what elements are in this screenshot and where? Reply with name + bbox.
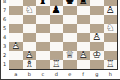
wN-piece-fill: ♞ [23,4,37,15]
square-f2[interactable]: ♟♙ [77,51,91,60]
square-g6[interactable] [90,15,104,24]
piece-wN-b7[interactable]: ♞♘ [23,4,37,15]
square-d5[interactable] [50,24,64,33]
square-g5[interactable] [90,24,104,33]
wP-piece-fill: ♟ [104,4,118,15]
square-h4[interactable] [104,33,118,42]
wP-piece-fill: ♟ [9,40,23,51]
square-h3[interactable] [104,42,118,51]
wB-piece-glyph: ♗ [23,58,37,69]
wR-piece-glyph: ♖ [50,58,64,69]
square-e3[interactable] [63,42,77,51]
square-c2[interactable] [36,51,50,60]
square-f3[interactable] [77,42,91,51]
square-e6[interactable] [63,15,77,24]
square-f7[interactable] [77,6,91,15]
file-label-f: f [77,70,91,79]
file-label-h: h [104,70,118,79]
wP-piece-fill: ♟ [23,49,37,60]
square-f1[interactable] [77,60,91,69]
square-g2[interactable]: ♚♔ [90,51,104,60]
square-d3[interactable] [50,42,64,51]
square-c6[interactable] [36,15,50,24]
square-h1[interactable]: ♜♖ [104,60,118,69]
file-label-b: b [23,70,37,79]
wB-piece-fill: ♝ [23,58,37,69]
square-d4[interactable] [50,33,64,42]
piece-wN-h5[interactable]: ♞♘ [104,22,118,33]
square-d2[interactable] [50,51,64,60]
wN-piece-glyph: ♘ [104,22,118,33]
file-label-e: e [63,70,77,79]
square-c1[interactable] [36,60,50,69]
rank-label-3: 3 [1,42,8,51]
piece-wQ-e2[interactable]: ♛♕ [63,49,77,60]
wQ-piece-fill: ♛ [63,49,77,60]
rank-label-2: 2 [1,51,8,60]
rank-label-7: 7 [1,6,8,15]
wN-piece-fill: ♞ [104,22,118,33]
square-c4[interactable] [36,33,50,42]
wR-piece-fill: ♜ [104,58,118,69]
wP-piece-fill: ♟ [90,31,104,42]
square-b7[interactable]: ♞♘ [23,6,37,15]
wP-piece-glyph: ♙ [77,49,91,60]
wR-piece-glyph: ♖ [104,58,118,69]
square-e5[interactable] [63,24,77,33]
square-g4[interactable]: ♟♙ [90,33,104,42]
piece-wB-b1[interactable]: ♝♗ [23,58,37,69]
rank-labels: 87654321 [1,0,9,69]
square-a3[interactable]: ♟♙ [9,42,23,51]
square-a6[interactable] [9,15,23,24]
file-label-a: a [9,70,23,79]
wQ-piece-glyph: ♕ [63,49,77,60]
square-b6[interactable] [23,15,37,24]
piece-wR-h1[interactable]: ♜♖ [104,58,118,69]
piece-wP-a3[interactable]: ♟♙ [9,40,23,51]
square-a1[interactable] [9,60,23,69]
file-label-g: g [90,70,104,79]
wP-piece-glyph: ♙ [23,49,37,60]
bP-piece-glyph: ♟ [50,4,64,15]
square-e2[interactable]: ♛♕ [63,51,77,60]
square-a2[interactable] [9,51,23,60]
square-f5[interactable] [77,24,91,33]
square-h2[interactable] [104,51,118,60]
square-c3[interactable] [36,42,50,51]
wP-piece-fill: ♟ [77,49,91,60]
square-a5[interactable] [9,24,23,33]
square-h7[interactable]: ♟♙ [104,6,118,15]
square-e1[interactable] [63,60,77,69]
file-label-d: d [50,70,64,79]
piece-bP-d7[interactable]: ♟♟ [50,4,64,15]
square-e4[interactable] [63,33,77,42]
square-d7[interactable]: ♟♟ [50,6,64,15]
wN-piece-glyph: ♘ [23,4,37,15]
wP-piece-glyph: ♙ [9,40,23,51]
square-d1[interactable]: ♜♖ [50,60,64,69]
square-e7[interactable] [63,6,77,15]
rank-label-6: 6 [1,15,8,24]
piece-wR-d1[interactable]: ♜♖ [50,58,64,69]
rank-label-5: 5 [1,24,8,33]
square-f4[interactable] [77,33,91,42]
chess-board: ♝♝♚♚♜♜♞♘♟♟♟♙♞♘♟♙♟♙♟♙♛♕♟♙♚♔♝♗♜♖♜♖ [9,0,118,70]
piece-wP-g4[interactable]: ♟♙ [90,31,104,42]
piece-wK-g2[interactable]: ♚♔ [90,49,104,60]
bP-piece-fill: ♟ [50,4,64,15]
square-f6[interactable] [77,15,91,24]
file-label-c: c [36,70,50,79]
square-b1[interactable]: ♝♗ [23,60,37,69]
piece-wP-b2[interactable]: ♟♙ [23,49,37,60]
board-bottom-border [1,79,120,80]
square-h6[interactable] [104,15,118,24]
square-b4[interactable] [23,33,37,42]
wK-piece-fill: ♚ [90,49,104,60]
wP-piece-glyph: ♙ [90,31,104,42]
piece-wP-f2[interactable]: ♟♙ [77,49,91,60]
square-b3[interactable] [23,42,37,51]
rank-label-4: 4 [1,33,8,42]
square-g3[interactable] [90,42,104,51]
piece-wP-h7[interactable]: ♟♙ [104,4,118,15]
square-a7[interactable] [9,6,23,15]
square-b2[interactable]: ♟♙ [23,51,37,60]
chess-diagram: 87654321 ♝♝♚♚♜♜♞♘♟♟♟♙♞♘♟♙♟♙♟♙♛♕♟♙♚♔♝♗♜♖♜… [0,0,120,80]
square-g7[interactable] [90,6,104,15]
wR-piece-fill: ♜ [50,58,64,69]
square-c5[interactable] [36,24,50,33]
square-g1[interactable] [90,60,104,69]
square-a4[interactable] [9,33,23,42]
wP-piece-glyph: ♙ [104,4,118,15]
square-h5[interactable]: ♞♘ [104,24,118,33]
file-labels: abcdefgh [9,70,117,79]
wK-piece-glyph: ♔ [90,49,104,60]
square-d6[interactable] [50,15,64,24]
square-c7[interactable] [36,6,50,15]
rank-label-1: 1 [1,60,8,69]
square-b5[interactable] [23,24,37,33]
